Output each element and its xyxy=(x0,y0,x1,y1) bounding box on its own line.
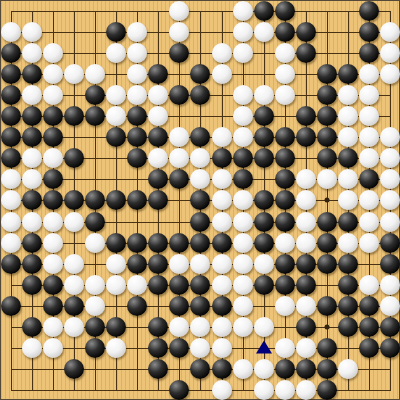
black-stone[interactable] xyxy=(380,317,400,337)
white-stone[interactable] xyxy=(275,43,295,63)
white-stone[interactable] xyxy=(275,380,295,400)
black-stone[interactable] xyxy=(212,233,232,253)
black-stone[interactable] xyxy=(317,359,337,379)
white-stone[interactable] xyxy=(22,169,42,189)
white-stone[interactable] xyxy=(233,233,253,253)
black-stone[interactable] xyxy=(233,169,253,189)
white-stone[interactable] xyxy=(106,43,126,63)
black-stone[interactable] xyxy=(296,254,316,274)
white-stone[interactable] xyxy=(22,22,42,42)
white-stone[interactable] xyxy=(212,254,232,274)
grid-line-horizontal xyxy=(11,53,391,54)
white-stone[interactable] xyxy=(359,106,379,126)
white-stone[interactable] xyxy=(22,148,42,168)
white-stone[interactable] xyxy=(359,275,379,295)
black-stone[interactable] xyxy=(22,317,42,337)
black-stone[interactable] xyxy=(1,254,21,274)
black-stone[interactable] xyxy=(127,106,147,126)
white-stone[interactable] xyxy=(275,296,295,316)
white-stone[interactable] xyxy=(85,296,105,316)
black-stone[interactable] xyxy=(317,148,337,168)
black-stone[interactable] xyxy=(148,254,168,274)
black-stone[interactable] xyxy=(64,296,84,316)
black-stone[interactable] xyxy=(275,190,295,210)
black-stone[interactable] xyxy=(190,127,210,147)
black-stone[interactable] xyxy=(317,254,337,274)
white-stone[interactable] xyxy=(169,22,189,42)
white-stone[interactable] xyxy=(359,233,379,253)
white-stone[interactable] xyxy=(233,43,253,63)
white-stone[interactable] xyxy=(275,233,295,253)
black-stone[interactable] xyxy=(64,148,84,168)
black-stone[interactable] xyxy=(1,296,21,316)
black-stone[interactable] xyxy=(254,106,274,126)
white-stone[interactable] xyxy=(212,212,232,232)
go-game-screenshot xyxy=(0,0,400,400)
black-stone[interactable] xyxy=(190,64,210,84)
white-stone[interactable] xyxy=(22,212,42,232)
white-stone[interactable] xyxy=(233,359,253,379)
black-stone[interactable] xyxy=(317,85,337,105)
black-stone[interactable] xyxy=(317,127,337,147)
white-stone[interactable] xyxy=(233,317,253,337)
white-stone[interactable] xyxy=(380,275,400,295)
black-stone[interactable] xyxy=(85,338,105,358)
white-stone[interactable] xyxy=(359,127,379,147)
black-stone[interactable] xyxy=(22,127,42,147)
white-stone[interactable] xyxy=(43,233,63,253)
white-stone[interactable] xyxy=(380,43,400,63)
white-stone[interactable] xyxy=(127,22,147,42)
black-stone[interactable] xyxy=(190,275,210,295)
black-stone[interactable] xyxy=(275,254,295,274)
black-stone[interactable] xyxy=(212,296,232,316)
black-stone[interactable] xyxy=(85,317,105,337)
star-point xyxy=(325,325,330,330)
white-stone[interactable] xyxy=(22,43,42,63)
black-stone[interactable] xyxy=(254,1,274,21)
black-stone[interactable] xyxy=(212,359,232,379)
black-stone[interactable] xyxy=(296,127,316,147)
black-stone[interactable] xyxy=(254,275,274,295)
black-stone[interactable] xyxy=(359,43,379,63)
white-stone[interactable] xyxy=(233,254,253,274)
black-stone[interactable] xyxy=(317,338,337,358)
black-stone[interactable] xyxy=(275,275,295,295)
white-stone[interactable] xyxy=(275,85,295,105)
black-stone[interactable] xyxy=(1,85,21,105)
black-stone[interactable] xyxy=(338,212,358,232)
black-stone[interactable] xyxy=(296,359,316,379)
black-stone[interactable] xyxy=(275,359,295,379)
black-stone[interactable] xyxy=(22,106,42,126)
white-stone[interactable] xyxy=(22,85,42,105)
white-stone[interactable] xyxy=(106,254,126,274)
white-stone[interactable] xyxy=(148,85,168,105)
black-stone[interactable] xyxy=(317,212,337,232)
black-stone[interactable] xyxy=(127,296,147,316)
white-stone[interactable] xyxy=(190,169,210,189)
white-stone[interactable] xyxy=(380,169,400,189)
black-stone[interactable] xyxy=(275,1,295,21)
black-stone[interactable] xyxy=(148,190,168,210)
white-stone[interactable] xyxy=(1,169,21,189)
white-stone[interactable] xyxy=(212,317,232,337)
white-stone[interactable] xyxy=(254,380,274,400)
black-stone[interactable] xyxy=(22,64,42,84)
white-stone[interactable] xyxy=(296,338,316,358)
go-board[interactable] xyxy=(0,0,400,400)
white-stone[interactable] xyxy=(317,169,337,189)
black-stone[interactable] xyxy=(22,190,42,210)
black-stone[interactable] xyxy=(169,296,189,316)
black-stone[interactable] xyxy=(190,359,210,379)
white-stone[interactable] xyxy=(127,275,147,295)
black-stone[interactable] xyxy=(106,22,126,42)
white-stone[interactable] xyxy=(233,275,253,295)
black-stone[interactable] xyxy=(317,380,337,400)
white-stone[interactable] xyxy=(233,190,253,210)
white-stone[interactable] xyxy=(338,85,358,105)
black-stone[interactable] xyxy=(359,296,379,316)
black-stone[interactable] xyxy=(85,85,105,105)
white-stone[interactable] xyxy=(212,275,232,295)
black-stone[interactable] xyxy=(169,338,189,358)
white-stone[interactable] xyxy=(359,190,379,210)
black-stone[interactable] xyxy=(296,22,316,42)
black-stone[interactable] xyxy=(317,296,337,316)
white-stone[interactable] xyxy=(359,212,379,232)
white-stone[interactable] xyxy=(212,127,232,147)
white-stone[interactable] xyxy=(380,127,400,147)
black-stone[interactable] xyxy=(43,127,63,147)
black-stone[interactable] xyxy=(190,233,210,253)
black-stone[interactable] xyxy=(106,317,126,337)
black-stone[interactable] xyxy=(148,169,168,189)
black-stone[interactable] xyxy=(190,85,210,105)
white-stone[interactable] xyxy=(43,212,63,232)
black-stone[interactable] xyxy=(359,338,379,358)
white-stone[interactable] xyxy=(127,85,147,105)
black-stone[interactable] xyxy=(22,275,42,295)
white-stone[interactable] xyxy=(338,233,358,253)
white-stone[interactable] xyxy=(254,22,274,42)
black-stone[interactable] xyxy=(380,338,400,358)
black-stone[interactable] xyxy=(380,254,400,274)
white-stone[interactable] xyxy=(233,296,253,316)
white-stone[interactable] xyxy=(254,85,274,105)
black-stone[interactable] xyxy=(275,148,295,168)
black-stone[interactable] xyxy=(190,190,210,210)
black-stone[interactable] xyxy=(275,127,295,147)
black-stone[interactable] xyxy=(106,127,126,147)
black-stone[interactable] xyxy=(43,275,63,295)
white-stone[interactable] xyxy=(275,64,295,84)
black-stone[interactable] xyxy=(254,212,274,232)
white-stone[interactable] xyxy=(127,43,147,63)
black-stone[interactable] xyxy=(317,106,337,126)
black-stone[interactable] xyxy=(190,296,210,316)
white-stone[interactable] xyxy=(43,85,63,105)
white-stone[interactable] xyxy=(380,148,400,168)
white-stone[interactable] xyxy=(254,254,274,274)
black-stone[interactable] xyxy=(127,233,147,253)
black-stone[interactable] xyxy=(85,106,105,126)
black-stone[interactable] xyxy=(148,64,168,84)
black-stone[interactable] xyxy=(359,169,379,189)
white-stone[interactable] xyxy=(359,64,379,84)
white-stone[interactable] xyxy=(233,106,253,126)
black-stone[interactable] xyxy=(106,233,126,253)
white-stone[interactable] xyxy=(254,359,274,379)
white-stone[interactable] xyxy=(212,43,232,63)
black-stone[interactable] xyxy=(254,190,274,210)
black-stone[interactable] xyxy=(148,338,168,358)
white-stone[interactable] xyxy=(275,338,295,358)
white-stone[interactable] xyxy=(106,275,126,295)
black-stone[interactable] xyxy=(148,127,168,147)
white-stone[interactable] xyxy=(296,212,316,232)
last-move-triangle-marker xyxy=(256,340,272,353)
black-stone[interactable] xyxy=(127,148,147,168)
white-stone[interactable] xyxy=(127,64,147,84)
white-stone[interactable] xyxy=(43,317,63,337)
black-stone[interactable] xyxy=(296,106,316,126)
white-stone[interactable] xyxy=(338,359,358,379)
white-stone[interactable] xyxy=(148,148,168,168)
white-stone[interactable] xyxy=(85,275,105,295)
white-stone[interactable] xyxy=(212,190,232,210)
black-stone[interactable] xyxy=(148,359,168,379)
grid-line-horizontal xyxy=(11,32,391,33)
white-stone[interactable] xyxy=(254,317,274,337)
black-stone[interactable] xyxy=(1,127,21,147)
white-stone[interactable] xyxy=(169,127,189,147)
white-stone[interactable] xyxy=(43,64,63,84)
white-stone[interactable] xyxy=(169,317,189,337)
black-stone[interactable] xyxy=(359,317,379,337)
black-stone[interactable] xyxy=(317,233,337,253)
white-stone[interactable] xyxy=(1,212,21,232)
white-stone[interactable] xyxy=(190,254,210,274)
black-stone[interactable] xyxy=(275,169,295,189)
black-stone[interactable] xyxy=(169,43,189,63)
black-stone[interactable] xyxy=(254,148,274,168)
white-stone[interactable] xyxy=(106,106,126,126)
black-stone[interactable] xyxy=(338,296,358,316)
black-stone[interactable] xyxy=(169,233,189,253)
white-stone[interactable] xyxy=(169,254,189,274)
black-stone[interactable] xyxy=(85,212,105,232)
black-stone[interactable] xyxy=(338,148,358,168)
black-stone[interactable] xyxy=(43,296,63,316)
white-stone[interactable] xyxy=(380,212,400,232)
black-stone[interactable] xyxy=(169,169,189,189)
black-stone[interactable] xyxy=(275,212,295,232)
black-stone[interactable] xyxy=(106,190,126,210)
black-stone[interactable] xyxy=(169,275,189,295)
black-stone[interactable] xyxy=(1,106,21,126)
white-stone[interactable] xyxy=(43,43,63,63)
white-stone[interactable] xyxy=(233,22,253,42)
black-stone[interactable] xyxy=(359,1,379,21)
white-stone[interactable] xyxy=(212,338,232,358)
white-stone[interactable] xyxy=(190,338,210,358)
black-stone[interactable] xyxy=(296,317,316,337)
black-stone[interactable] xyxy=(338,275,358,295)
white-stone[interactable] xyxy=(296,380,316,400)
black-stone[interactable] xyxy=(254,233,274,253)
black-stone[interactable] xyxy=(1,148,21,168)
white-stone[interactable] xyxy=(380,64,400,84)
white-stone[interactable] xyxy=(169,1,189,21)
black-stone[interactable] xyxy=(148,317,168,337)
white-stone[interactable] xyxy=(64,275,84,295)
white-stone[interactable] xyxy=(359,148,379,168)
black-stone[interactable] xyxy=(85,190,105,210)
white-stone[interactable] xyxy=(43,148,63,168)
grid-line-horizontal xyxy=(11,11,391,12)
black-stone[interactable] xyxy=(64,190,84,210)
star-point xyxy=(325,198,330,203)
white-stone[interactable] xyxy=(85,233,105,253)
black-stone[interactable] xyxy=(64,359,84,379)
white-stone[interactable] xyxy=(1,233,21,253)
white-stone[interactable] xyxy=(169,148,189,168)
white-stone[interactable] xyxy=(64,317,84,337)
black-stone[interactable] xyxy=(296,275,316,295)
white-stone[interactable] xyxy=(1,190,21,210)
white-stone[interactable] xyxy=(148,106,168,126)
black-stone[interactable] xyxy=(254,127,274,147)
white-stone[interactable] xyxy=(43,338,63,358)
black-stone[interactable] xyxy=(190,212,210,232)
white-stone[interactable] xyxy=(359,85,379,105)
black-stone[interactable] xyxy=(64,106,84,126)
white-stone[interactable] xyxy=(190,317,210,337)
white-stone[interactable] xyxy=(296,169,316,189)
black-stone[interactable] xyxy=(233,148,253,168)
black-stone[interactable] xyxy=(43,190,63,210)
white-stone[interactable] xyxy=(233,85,253,105)
black-stone[interactable] xyxy=(380,233,400,253)
white-stone[interactable] xyxy=(380,296,400,316)
white-stone[interactable] xyxy=(233,1,253,21)
white-stone[interactable] xyxy=(233,212,253,232)
black-stone[interactable] xyxy=(317,64,337,84)
black-stone[interactable] xyxy=(1,64,21,84)
black-stone[interactable] xyxy=(338,64,358,84)
white-stone[interactable] xyxy=(338,127,358,147)
white-stone[interactable] xyxy=(64,254,84,274)
black-stone[interactable] xyxy=(148,275,168,295)
black-stone[interactable] xyxy=(338,317,358,337)
black-stone[interactable] xyxy=(169,380,189,400)
white-stone[interactable] xyxy=(338,106,358,126)
white-stone[interactable] xyxy=(85,64,105,84)
white-stone[interactable] xyxy=(296,296,316,316)
black-stone[interactable] xyxy=(43,169,63,189)
black-stone[interactable] xyxy=(127,127,147,147)
black-stone[interactable] xyxy=(359,22,379,42)
white-stone[interactable] xyxy=(106,338,126,358)
white-stone[interactable] xyxy=(380,22,400,42)
white-stone[interactable] xyxy=(190,148,210,168)
black-stone[interactable] xyxy=(296,43,316,63)
white-stone[interactable] xyxy=(233,127,253,147)
black-stone[interactable] xyxy=(169,85,189,105)
white-stone[interactable] xyxy=(212,380,232,400)
black-stone[interactable] xyxy=(148,233,168,253)
black-stone[interactable] xyxy=(1,43,21,63)
white-stone[interactable] xyxy=(43,254,63,274)
black-stone[interactable] xyxy=(127,190,147,210)
black-stone[interactable] xyxy=(22,233,42,253)
black-stone[interactable] xyxy=(127,254,147,274)
black-stone[interactable] xyxy=(212,148,232,168)
white-stone[interactable] xyxy=(64,212,84,232)
white-stone[interactable] xyxy=(106,85,126,105)
white-stone[interactable] xyxy=(338,169,358,189)
black-stone[interactable] xyxy=(22,254,42,274)
black-stone[interactable] xyxy=(338,254,358,274)
white-stone[interactable] xyxy=(22,338,42,358)
white-stone[interactable] xyxy=(380,190,400,210)
white-stone[interactable] xyxy=(1,22,21,42)
white-stone[interactable] xyxy=(212,169,232,189)
white-stone[interactable] xyxy=(338,190,358,210)
white-stone[interactable] xyxy=(296,190,316,210)
white-stone[interactable] xyxy=(64,64,84,84)
white-stone[interactable] xyxy=(212,64,232,84)
black-stone[interactable] xyxy=(43,106,63,126)
white-stone[interactable] xyxy=(296,233,316,253)
black-stone[interactable] xyxy=(275,22,295,42)
